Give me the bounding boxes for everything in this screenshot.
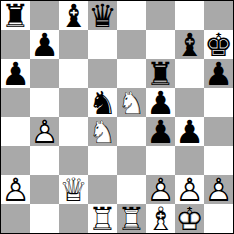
square-g2[interactable]: ♟♙ xyxy=(175,175,204,204)
square-h8[interactable] xyxy=(204,1,233,30)
square-b6[interactable] xyxy=(30,59,59,88)
square-c7[interactable] xyxy=(59,30,88,59)
square-g6[interactable] xyxy=(175,59,204,88)
square-h2[interactable]: ♟♙ xyxy=(204,175,233,204)
black-pawn-icon: ♟ xyxy=(175,117,204,146)
square-d7[interactable] xyxy=(88,30,117,59)
square-c3[interactable] xyxy=(59,146,88,175)
square-h3[interactable] xyxy=(204,146,233,175)
black-pawn-icon: ♟ xyxy=(204,59,233,88)
square-h1[interactable] xyxy=(204,204,233,233)
square-h5[interactable] xyxy=(204,88,233,117)
square-b7[interactable]: ♟ xyxy=(30,30,59,59)
square-h6[interactable]: ♟ xyxy=(204,59,233,88)
square-e3[interactable] xyxy=(117,146,146,175)
white-pawn-icon: ♟♙ xyxy=(204,175,233,204)
black-rook-icon: ♜ xyxy=(1,1,30,30)
square-g7[interactable]: ♝ xyxy=(175,30,204,59)
black-pawn-icon: ♟ xyxy=(146,117,175,146)
square-d5[interactable]: ♞ xyxy=(88,88,117,117)
black-pawn-icon: ♟ xyxy=(30,30,59,59)
white-pawn-icon: ♟♙ xyxy=(1,175,30,204)
square-b2[interactable] xyxy=(30,175,59,204)
square-d6[interactable] xyxy=(88,59,117,88)
square-a2[interactable]: ♟♙ xyxy=(1,175,30,204)
black-pawn-icon: ♟ xyxy=(1,59,30,88)
white-rook-icon: ♜♖ xyxy=(117,204,146,233)
square-b1[interactable] xyxy=(30,204,59,233)
square-c8[interactable]: ♝ xyxy=(59,1,88,30)
square-f8[interactable] xyxy=(146,1,175,30)
white-rook-icon: ♜♖ xyxy=(88,204,117,233)
square-e2[interactable] xyxy=(117,175,146,204)
square-f1[interactable]: ♝♗ xyxy=(146,204,175,233)
square-d4[interactable]: ♞♘ xyxy=(88,117,117,146)
square-g4[interactable]: ♟ xyxy=(175,117,204,146)
square-g3[interactable] xyxy=(175,146,204,175)
white-knight-icon: ♞♘ xyxy=(88,117,117,146)
square-f7[interactable] xyxy=(146,30,175,59)
chess-board: ♜♝♛♟♝♚♟♜♟♞♞♘♟♟♙♞♘♟♟♟♙♛♕♟♙♟♙♟♙♜♖♜♖♝♗♚♔ xyxy=(0,0,234,234)
black-queen-icon: ♛ xyxy=(88,1,117,30)
square-b5[interactable] xyxy=(30,88,59,117)
white-pawn-icon: ♟♙ xyxy=(146,175,175,204)
black-knight-icon: ♞ xyxy=(88,88,117,117)
square-a1[interactable] xyxy=(1,204,30,233)
square-d8[interactable]: ♛ xyxy=(88,1,117,30)
black-bishop-icon: ♝ xyxy=(59,1,88,30)
square-a8[interactable]: ♜ xyxy=(1,1,30,30)
square-e6[interactable] xyxy=(117,59,146,88)
square-h4[interactable] xyxy=(204,117,233,146)
square-b8[interactable] xyxy=(30,1,59,30)
square-b4[interactable]: ♟♙ xyxy=(30,117,59,146)
white-pawn-icon: ♟♙ xyxy=(175,175,204,204)
square-e8[interactable] xyxy=(117,1,146,30)
white-knight-icon: ♞♘ xyxy=(117,88,146,117)
black-bishop-icon: ♝ xyxy=(175,30,204,59)
square-g8[interactable] xyxy=(175,1,204,30)
square-e5[interactable]: ♞♘ xyxy=(117,88,146,117)
square-b3[interactable] xyxy=(30,146,59,175)
black-pawn-icon: ♟ xyxy=(146,88,175,117)
white-pawn-icon: ♟♙ xyxy=(30,117,59,146)
square-d3[interactable] xyxy=(88,146,117,175)
white-bishop-icon: ♝♗ xyxy=(146,204,175,233)
square-a3[interactable] xyxy=(1,146,30,175)
square-h7[interactable]: ♚ xyxy=(204,30,233,59)
square-a4[interactable] xyxy=(1,117,30,146)
square-e7[interactable] xyxy=(117,30,146,59)
square-f4[interactable]: ♟ xyxy=(146,117,175,146)
square-d1[interactable]: ♜♖ xyxy=(88,204,117,233)
square-c5[interactable] xyxy=(59,88,88,117)
square-e4[interactable] xyxy=(117,117,146,146)
square-a5[interactable] xyxy=(1,88,30,117)
square-c4[interactable] xyxy=(59,117,88,146)
square-f6[interactable]: ♜ xyxy=(146,59,175,88)
black-rook-icon: ♜ xyxy=(146,59,175,88)
square-c1[interactable] xyxy=(59,204,88,233)
square-c2[interactable]: ♛♕ xyxy=(59,175,88,204)
square-g5[interactable] xyxy=(175,88,204,117)
square-a7[interactable] xyxy=(1,30,30,59)
black-king-icon: ♚ xyxy=(204,30,233,59)
square-f3[interactable] xyxy=(146,146,175,175)
square-c6[interactable] xyxy=(59,59,88,88)
white-queen-icon: ♛♕ xyxy=(59,175,88,204)
white-king-icon: ♚♔ xyxy=(175,204,204,233)
square-a6[interactable]: ♟ xyxy=(1,59,30,88)
square-f2[interactable]: ♟♙ xyxy=(146,175,175,204)
square-f5[interactable]: ♟ xyxy=(146,88,175,117)
square-d2[interactable] xyxy=(88,175,117,204)
square-e1[interactable]: ♜♖ xyxy=(117,204,146,233)
square-g1[interactable]: ♚♔ xyxy=(175,204,204,233)
